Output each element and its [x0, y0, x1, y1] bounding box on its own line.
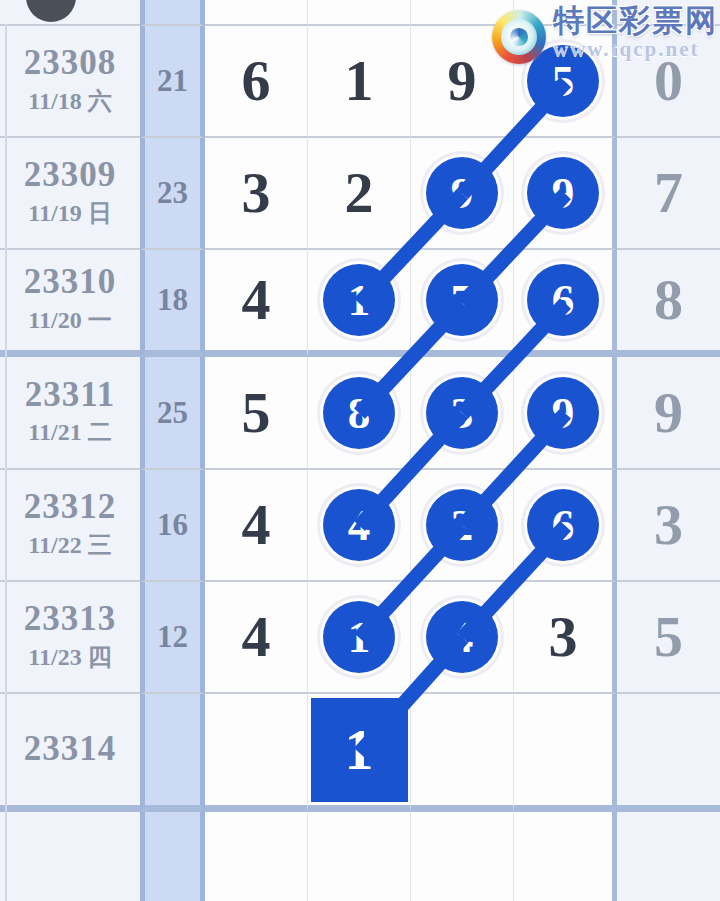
digit-cell: 4: [205, 470, 308, 582]
circled-drawn-digit: 9: [527, 157, 599, 229]
digit-cell: 3: [205, 138, 308, 250]
digit-cell: 2: [308, 138, 411, 250]
digit-cell: 6: [514, 470, 617, 582]
issue-number: 23313: [24, 601, 117, 638]
plain-digit: 1: [345, 52, 374, 110]
circled-drawn-digit: 4: [323, 489, 395, 561]
circled-drawn-digit: 6: [527, 264, 599, 336]
sum-cell: [140, 694, 205, 812]
circled-drawn-digit: 9: [527, 377, 599, 449]
draw-info-cell: 2331011/20 一: [0, 250, 140, 357]
issue-number: 23312: [24, 489, 117, 526]
site-url: www.tqcp.net: [553, 37, 718, 62]
plain-digit: 6: [242, 52, 271, 110]
sum-cell: 16: [140, 470, 205, 582]
circled-drawn-digit: 1: [323, 264, 395, 336]
digit-cell: 3: [514, 582, 617, 694]
draw-info-cell: 23314: [0, 694, 140, 812]
plain-digit: 2: [345, 164, 374, 222]
circled-drawn-digit: 9: [426, 157, 498, 229]
digit-cell: 3: [411, 357, 514, 470]
draw-info-cell: 2330811/18 六: [0, 26, 140, 138]
circled-drawn-digit: 4: [426, 601, 498, 673]
digit-cell: 4: [308, 470, 411, 582]
plain-digit: 4: [242, 271, 271, 329]
circled-drawn-digit: 2: [426, 489, 498, 561]
digit-cell: [514, 694, 617, 812]
draw-info-cell: 2331311/23 四: [0, 582, 140, 694]
sum-value: 23: [157, 175, 188, 211]
trend-grid: 2330811/18 六21619502330911/19 日233299723…: [0, 0, 720, 901]
circled-drawn-digit: 1: [323, 601, 395, 673]
sum-cell: 23: [140, 138, 205, 250]
digit-cell: [411, 694, 514, 812]
lottery-trend-chart-board: 2330811/18 六21619502330911/19 日233299723…: [0, 0, 720, 901]
draw-date: 11/22 三: [28, 529, 111, 561]
sum-cell: 12: [140, 582, 205, 694]
plain-digit: 3: [549, 608, 578, 666]
footer-empty-sum-cell: [140, 812, 205, 901]
digit-cell: 6: [205, 26, 308, 138]
plain-digit: 9: [654, 384, 683, 442]
header-partial-digit-cell: [308, 0, 411, 26]
footer-empty-draw-cell: [0, 812, 140, 901]
digit-cell: 6: [514, 250, 617, 357]
left-border-line: [5, 24, 7, 901]
draw-info-cell: 2331111/21 二: [0, 357, 140, 470]
plain-digit: 5: [242, 384, 271, 442]
site-logo-swirl-icon: [492, 10, 546, 64]
circled-drawn-digit: 8: [323, 377, 395, 449]
digit-cell: 4: [411, 582, 514, 694]
footer-empty-digit-cell: [205, 812, 308, 901]
digit-cell: [617, 694, 720, 812]
issue-number: 23314: [24, 731, 117, 768]
header-partial-digit-cell: [205, 0, 308, 26]
digit-cell: 9: [411, 138, 514, 250]
draw-date: 11/18 六: [28, 85, 111, 117]
sum-value: 25: [157, 395, 188, 431]
site-logo-texts: 特区彩票网 www.tqcp.net: [553, 4, 718, 62]
issue-number: 23308: [24, 45, 117, 82]
digit-cell: 1: [308, 582, 411, 694]
draw-date: 11/20 一: [28, 304, 111, 336]
digit-cell: 4: [205, 582, 308, 694]
digit-cell: 9: [617, 357, 720, 470]
sum-cell: 21: [140, 26, 205, 138]
plain-digit: 4: [242, 608, 271, 666]
draw-date: 11/23 四: [28, 641, 111, 673]
digit-cell: 8: [617, 250, 720, 357]
sum-value: 18: [157, 282, 188, 318]
digit-cell: 4: [205, 250, 308, 357]
sum-value: 16: [157, 507, 188, 543]
site-name: 特区彩票网: [553, 4, 718, 38]
footer-empty-digit-cell: [617, 812, 720, 901]
circled-drawn-digit: 3: [426, 377, 498, 449]
footer-empty-digit-cell: [514, 812, 617, 901]
plain-digit: 7: [654, 164, 683, 222]
plain-digit: 9: [448, 52, 477, 110]
digit-cell: 9: [514, 138, 617, 250]
issue-number: 23310: [24, 264, 117, 301]
digit-cell: 2: [411, 470, 514, 582]
sum-cell: 18: [140, 250, 205, 357]
digit-cell: 9: [514, 357, 617, 470]
draw-info-cell: 2331211/22 三: [0, 470, 140, 582]
digit-cell: 1: [308, 26, 411, 138]
sum-value: 12: [157, 619, 188, 655]
footer-empty-digit-cell: [308, 812, 411, 901]
digit-cell: 1: [308, 250, 411, 357]
sum-value: 21: [157, 63, 188, 99]
plain-digit: 3: [242, 164, 271, 222]
digit-cell: 5: [617, 582, 720, 694]
digit-cell: 5: [205, 357, 308, 470]
circled-drawn-digit: 6: [527, 489, 599, 561]
site-logo: 特区彩票网 www.tqcp.net: [492, 4, 718, 64]
header-partial-sum-cell: [140, 0, 205, 26]
digit-cell: 7: [617, 138, 720, 250]
digit-cell: 1: [308, 694, 411, 812]
draw-date: 11/21 二: [28, 416, 111, 448]
footer-empty-digit-cell: [411, 812, 514, 901]
plain-digit: 3: [654, 496, 683, 554]
sum-cell: 25: [140, 357, 205, 470]
digit-cell: [205, 694, 308, 812]
plain-digit: 4: [242, 496, 271, 554]
issue-number: 23309: [24, 157, 117, 194]
plain-digit: 5: [654, 608, 683, 666]
issue-number: 23311: [25, 377, 116, 414]
draw-info-cell: 2330911/19 日: [0, 138, 140, 250]
digit-cell: 3: [617, 470, 720, 582]
draw-date: 11/19 日: [28, 197, 111, 229]
digit-cell: 7: [411, 250, 514, 357]
predicted-digit-square: 1: [311, 698, 408, 802]
digit-cell: 8: [308, 357, 411, 470]
circled-drawn-digit: 7: [426, 264, 498, 336]
plain-digit: 8: [654, 271, 683, 329]
